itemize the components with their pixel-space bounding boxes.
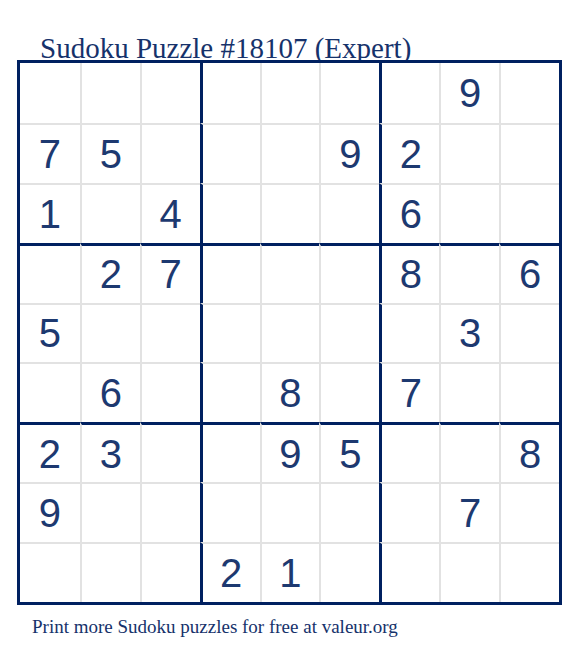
sudoku-cell-r1c9[interactable] (499, 63, 559, 123)
sudoku-board: 97592146278653687239589721 (17, 60, 562, 605)
sudoku-cell-r6c7: 7 (379, 362, 439, 422)
sudoku-cell-r1c2[interactable] (80, 63, 140, 123)
sudoku-cell-r9c2[interactable] (80, 542, 140, 602)
sudoku-cell-r6c5: 8 (260, 362, 320, 422)
sudoku-cell-r6c9[interactable] (499, 362, 559, 422)
sudoku-cell-r4c9: 6 (499, 243, 559, 303)
sudoku-cell-r9c8[interactable] (439, 542, 499, 602)
sudoku-page: { "game": "sudoku", "header": { "title":… (0, 0, 580, 651)
sudoku-cell-r1c6[interactable] (319, 63, 379, 123)
sudoku-cell-r5c9[interactable] (499, 303, 559, 363)
sudoku-cell-r8c2[interactable] (80, 482, 140, 542)
sudoku-cell-r3c3: 4 (140, 183, 200, 243)
sudoku-cell-r7c8[interactable] (439, 422, 499, 482)
sudoku-cell-r3c8[interactable] (439, 183, 499, 243)
sudoku-cell-r5c2[interactable] (80, 303, 140, 363)
sudoku-cell-r4c8[interactable] (439, 243, 499, 303)
sudoku-cell-r3c6[interactable] (319, 183, 379, 243)
sudoku-cell-r3c4[interactable] (200, 183, 260, 243)
sudoku-cell-r2c7: 2 (379, 123, 439, 183)
sudoku-cell-r8c6[interactable] (319, 482, 379, 542)
sudoku-cell-r1c5[interactable] (260, 63, 320, 123)
sudoku-cell-r3c5[interactable] (260, 183, 320, 243)
sudoku-cell-r5c5[interactable] (260, 303, 320, 363)
sudoku-cell-r5c8: 3 (439, 303, 499, 363)
sudoku-cell-r2c1: 7 (20, 123, 80, 183)
sudoku-cell-r9c5: 1 (260, 542, 320, 602)
sudoku-cell-r4c6[interactable] (319, 243, 379, 303)
sudoku-cell-r9c4: 2 (200, 542, 260, 602)
sudoku-cell-r8c7[interactable] (379, 482, 439, 542)
sudoku-cell-r7c3[interactable] (140, 422, 200, 482)
sudoku-cell-r4c7: 8 (379, 243, 439, 303)
sudoku-cell-r8c5[interactable] (260, 482, 320, 542)
sudoku-cell-r2c4[interactable] (200, 123, 260, 183)
sudoku-cell-r2c6: 9 (319, 123, 379, 183)
sudoku-cell-r8c4[interactable] (200, 482, 260, 542)
sudoku-cell-r1c7[interactable] (379, 63, 439, 123)
sudoku-cell-r4c1[interactable] (20, 243, 80, 303)
sudoku-cell-r7c7[interactable] (379, 422, 439, 482)
sudoku-cell-r1c1[interactable] (20, 63, 80, 123)
sudoku-cell-r2c5[interactable] (260, 123, 320, 183)
sudoku-cell-r7c2: 3 (80, 422, 140, 482)
sudoku-cell-r4c5[interactable] (260, 243, 320, 303)
sudoku-cell-r9c3[interactable] (140, 542, 200, 602)
sudoku-cell-r8c8: 7 (439, 482, 499, 542)
sudoku-cell-r2c8[interactable] (439, 123, 499, 183)
sudoku-cell-r3c7: 6 (379, 183, 439, 243)
sudoku-cell-r6c4[interactable] (200, 362, 260, 422)
sudoku-cell-r9c1[interactable] (20, 542, 80, 602)
sudoku-cell-r8c9[interactable] (499, 482, 559, 542)
sudoku-cell-r9c6[interactable] (319, 542, 379, 602)
sudoku-cell-r8c1: 9 (20, 482, 80, 542)
footer-note: Print more Sudoku puzzles for free at va… (32, 616, 398, 638)
sudoku-cell-r3c2[interactable] (80, 183, 140, 243)
sudoku-cell-r9c9[interactable] (499, 542, 559, 602)
sudoku-cell-r4c4[interactable] (200, 243, 260, 303)
sudoku-cell-r3c9[interactable] (499, 183, 559, 243)
sudoku-cell-r7c9: 8 (499, 422, 559, 482)
sudoku-cell-r7c4[interactable] (200, 422, 260, 482)
sudoku-cell-r6c8[interactable] (439, 362, 499, 422)
sudoku-cell-r5c7[interactable] (379, 303, 439, 363)
sudoku-cell-r1c3[interactable] (140, 63, 200, 123)
sudoku-cell-r6c1[interactable] (20, 362, 80, 422)
sudoku-cell-r6c6[interactable] (319, 362, 379, 422)
sudoku-cell-r2c9[interactable] (499, 123, 559, 183)
sudoku-cell-r5c3[interactable] (140, 303, 200, 363)
sudoku-cell-r2c3[interactable] (140, 123, 200, 183)
sudoku-cell-r5c4[interactable] (200, 303, 260, 363)
sudoku-cell-r5c1: 5 (20, 303, 80, 363)
sudoku-cell-r7c6: 5 (319, 422, 379, 482)
sudoku-cell-r3c1: 1 (20, 183, 80, 243)
sudoku-cell-r8c3[interactable] (140, 482, 200, 542)
sudoku-cell-r4c2: 2 (80, 243, 140, 303)
sudoku-cell-r2c2: 5 (80, 123, 140, 183)
sudoku-cell-r4c3: 7 (140, 243, 200, 303)
sudoku-cell-r9c7[interactable] (379, 542, 439, 602)
sudoku-cell-r6c3[interactable] (140, 362, 200, 422)
sudoku-cell-r5c6[interactable] (319, 303, 379, 363)
sudoku-cell-r1c4[interactable] (200, 63, 260, 123)
sudoku-cell-r7c1: 2 (20, 422, 80, 482)
sudoku-cell-r6c2: 6 (80, 362, 140, 422)
sudoku-cell-r7c5: 9 (260, 422, 320, 482)
sudoku-cell-r1c8: 9 (439, 63, 499, 123)
